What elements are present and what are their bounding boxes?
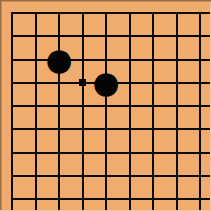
grid-hline-1: [11, 12, 211, 14]
grid-hline-2: [11, 35, 211, 37]
grid-hline-6: [11, 128, 211, 130]
grid-hline-7: [11, 152, 211, 154]
grid-vline-1: [11, 12, 13, 211]
frame-edge-bottom: [0, 210, 211, 211]
hoshi-point-D16: [79, 79, 86, 86]
frame-edge-right: [210, 2, 211, 211]
go-board-diagram: ●●: [0, 0, 211, 211]
grid-vline-9: [199, 12, 201, 211]
grid-vline-4: [82, 12, 84, 211]
frame-edge-left-inner: [1, 1, 2, 211]
grid-vline-7: [152, 12, 154, 211]
grid-hline-8: [11, 175, 211, 177]
goban: ●●: [0, 0, 211, 211]
black-stone-C17: ●: [47, 48, 71, 72]
grid-vline-6: [129, 12, 131, 211]
grid-vline-5: [105, 12, 107, 211]
grid-hline-3: [11, 59, 211, 61]
grid-hline-5: [11, 105, 211, 107]
grid-vline-8: [176, 12, 178, 211]
grid-hline-9: [11, 198, 211, 200]
black-stone-E16: ●: [94, 71, 118, 95]
frame-edge-top-inner: [0, 1, 211, 2]
grid-vline-2: [35, 12, 37, 211]
